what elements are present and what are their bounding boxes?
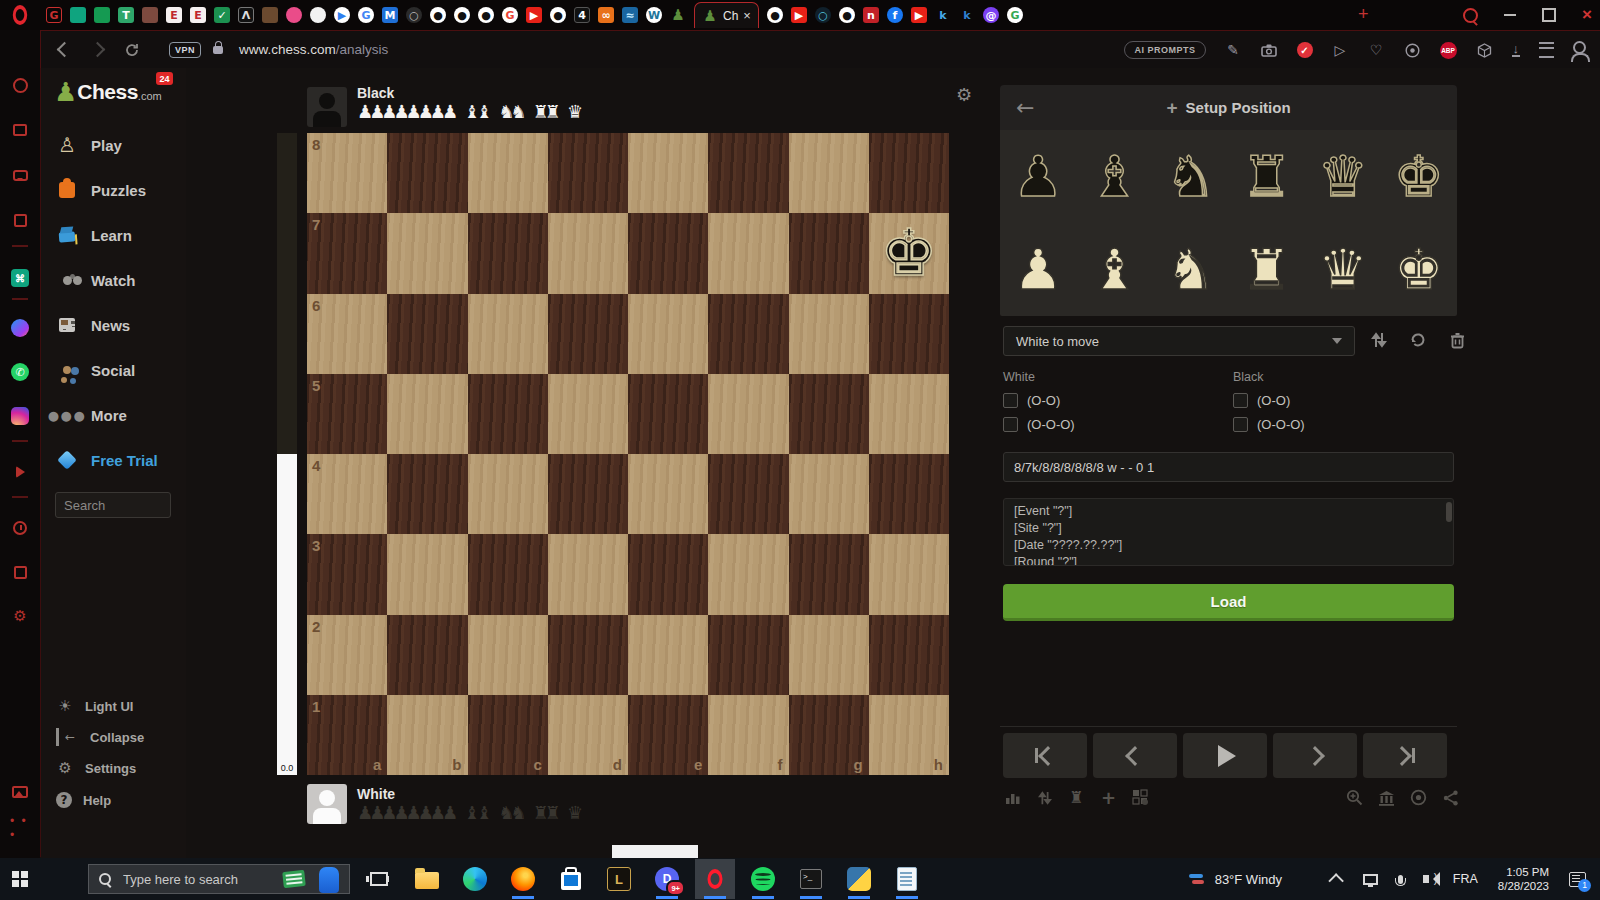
square-a5[interactable]: 5 [307,374,387,454]
square-e4[interactable] [628,454,708,534]
captured-group: ♝♝ [464,802,488,823]
square-c1[interactable]: c [468,695,548,775]
profile-icon[interactable] [1573,41,1586,54]
settings-gear-icon: ⚙ [56,759,74,777]
npm-tab[interactable]: n [863,7,879,23]
ticktick-tab[interactable]: T [118,7,134,23]
zoom-in-icon[interactable] [1345,788,1364,807]
square-d8[interactable] [548,133,628,213]
palette-white-queen[interactable]: ♛ [1318,242,1368,298]
chatgpt-icon[interactable]: ⌘ [10,268,30,288]
board-settings-icon[interactable]: ⚙ [956,84,972,105]
square-f8[interactable] [708,133,788,213]
next-move-button[interactable] [1273,733,1357,778]
panel-title: +Setup Position [1000,97,1457,119]
chess-board[interactable]: 87♚654321abcdefgh [307,133,949,775]
close-window-button[interactable]: × [1582,5,1592,25]
square-h5[interactable] [869,374,949,454]
puzzles-icon [56,179,78,201]
wallpaper-icon[interactable] [10,782,30,802]
extensions-icon[interactable] [10,562,30,582]
square-e2[interactable] [628,615,708,695]
palette-white-knight[interactable]: ♞ [1165,242,1215,298]
dribbble-favicon [286,7,302,23]
messenger-icon[interactable] [10,318,30,338]
square-a4[interactable]: 4 [307,454,387,534]
tab-search-icon[interactable] [1463,8,1478,23]
file-label: d [613,756,622,773]
file-label: f [778,756,783,773]
square-e5[interactable] [628,374,708,454]
square-b6[interactable] [387,294,467,374]
youtube-tab-3[interactable]: ▶ [911,7,927,23]
maximize-button[interactable] [1542,8,1556,22]
microsoft-store-taskbar-icon[interactable] [558,866,584,892]
lambda-favicon: Λ [238,7,254,23]
github-tab-4[interactable]: ● [550,7,566,23]
rank-label: 8 [312,136,320,153]
history-icon[interactable] [10,518,30,538]
sidebar-more-icon[interactable]: • • • [10,818,30,838]
square-b5[interactable] [387,374,467,454]
youtube-tab[interactable]: ▶ [526,7,542,23]
explorer-icon[interactable] [1377,788,1396,807]
cube-icon[interactable] [1476,42,1493,59]
youtube-favicon: ▶ [911,7,927,23]
square-g5[interactable] [789,374,869,454]
play-button[interactable] [1183,733,1267,778]
palette-black-rook[interactable]: ♜ [1241,149,1291,205]
palette-white-pawn[interactable]: ♟ [1013,242,1063,298]
python-icon [847,867,871,891]
captured-group: ♛ [567,802,579,823]
pieces-icon[interactable]: ♜ [1067,788,1086,807]
monkey-tab[interactable] [262,7,278,23]
minimize-button[interactable] [1504,14,1516,16]
notification-count-badge: 1 [1578,879,1591,892]
running-indicator [896,896,918,899]
at-tab[interactable]: @ [983,7,999,23]
checkbox[interactable] [1003,393,1018,408]
weather-widget[interactable]: 83°F Windy [1189,858,1282,900]
discord-taskbar-icon[interactable]: D9+ [654,866,680,892]
chesscom-logo[interactable]: ♟Chess.com [54,80,162,104]
file-explorer-icon [415,872,439,889]
load-button[interactable]: Load [1003,584,1454,621]
square-c3[interactable] [468,534,548,614]
sidebar-search-input[interactable] [55,492,171,518]
square-g4[interactable] [789,454,869,534]
captured-group: ♞♞ [498,101,522,122]
vpn-badge[interactable]: VPN [169,42,201,58]
pgn-textarea[interactable]: [Event "?"] [Site "?"] [Date "????.??.??… [1003,498,1454,566]
task-view-icon [370,872,388,886]
back-arrow-icon[interactable]: ← [1016,95,1034,120]
add-icon[interactable]: + [1099,788,1118,807]
sidebar-item-settings[interactable]: ⚙Settings [56,757,136,779]
square-h3[interactable] [869,534,949,614]
square-b4[interactable] [387,454,467,534]
sidebar-item-news[interactable]: News [56,311,130,339]
black-kingside-castle[interactable]: (O-O) [1233,393,1290,408]
dribbble-tab[interactable] [286,7,302,23]
square-c8[interactable] [468,133,548,213]
close-tab-icon[interactable]: × [743,8,751,23]
notification-badge: 24 [156,72,173,85]
square-c7[interactable] [468,213,548,293]
captured-group: ♝♝ [464,101,488,122]
flip-icon[interactable] [1035,788,1054,807]
sidebar-item-collapse[interactable]: ←Collapse [56,726,144,748]
panels-icon[interactable] [1404,42,1421,59]
timer-tab[interactable] [310,7,326,23]
file-explorer-taskbar-icon[interactable] [414,866,440,892]
reload-icon[interactable] [125,43,139,57]
elevenlabs-tab-2[interactable]: E [190,7,206,23]
sidebar-item-play[interactable]: ♙Play [56,131,122,159]
system-tray: FRA 1:05 PM8/28/2023 1 [1332,858,1586,900]
checkbox[interactable] [1233,417,1248,432]
square-b1[interactable]: b [387,695,467,775]
square-a2[interactable]: 2 [307,615,387,695]
play-tab[interactable]: ▶ [334,7,350,23]
github-tab-6[interactable]: ● [839,7,855,23]
turn-select[interactable]: White to move [1003,326,1355,356]
white-player-avatar[interactable] [307,784,347,824]
facebook-tab[interactable]: f [887,7,903,23]
discord-badge: 9+ [666,880,685,896]
chatgpt-tab[interactable] [70,7,86,23]
mj-tab[interactable]: M [382,7,398,23]
rank-label: 1 [312,698,320,715]
go-to-start-button[interactable] [1003,733,1087,778]
square-d3[interactable] [548,534,628,614]
palette-white-bishop[interactable]: ♝ [1089,242,1139,298]
square-e7[interactable] [628,213,708,293]
gold-l-app-taskbar-icon[interactable]: L [606,866,632,892]
soundcloud-favicon: ∞ [598,7,614,23]
square-h6[interactable] [869,294,949,374]
forward-button[interactable] [90,42,106,58]
square-g3[interactable] [789,534,869,614]
task-view-taskbar-icon[interactable] [366,866,392,892]
palette-black-pawn[interactable]: ♟ [1013,149,1063,205]
square-d4[interactable] [548,454,628,534]
checkbox[interactable] [1233,393,1248,408]
taskbar: LD9+>_ 83°F Windy FRA 1:05 PM8/28/2023 1 [0,858,1600,900]
square-e8[interactable] [628,133,708,213]
edit-icon[interactable]: ✎ [1225,42,1242,59]
square-h8[interactable] [869,133,949,213]
go-to-end-button[interactable] [1363,733,1447,778]
spotify-taskbar-icon[interactable] [750,866,776,892]
opera-sidebar: ⌘ ✆ ⚙ • • • [0,30,40,858]
previous-move-button[interactable] [1093,733,1177,778]
kick-favicon: k [935,7,951,23]
react-tab[interactable]: ○ [815,7,831,23]
square-d6[interactable] [548,294,628,374]
green-app-tab[interactable] [94,7,110,23]
npm-favicon: n [863,7,879,23]
collapse-icon: ← [56,728,79,746]
settings-sliders-icon[interactable] [1539,42,1554,58]
url-field[interactable]: www.chess.com/analysis [239,42,388,57]
square-h2[interactable] [869,615,949,695]
square-f1[interactable]: f [708,695,788,775]
music-tab[interactable]: 4 [574,7,590,23]
palette-black-king[interactable]: ♚ [1394,149,1444,205]
anime-avatar-favicon [142,7,158,23]
taskbar-search-input[interactable] [121,871,275,888]
captured-group: ♜♜ [533,802,557,823]
shield-icon[interactable]: ✓ [1297,42,1313,58]
jsfiddle-favicon: ≈ [622,7,638,23]
square-f5[interactable] [708,374,788,454]
screen: GTEE✓Λ▶GM○●●●G▶●4∞≈W♟♟Ch×●▶○●nf▶kk@G + ×… [0,0,1600,900]
square-h4[interactable] [869,454,949,534]
github-tab-2[interactable]: ● [454,7,470,23]
palette-white-king[interactable]: ♚ [1394,242,1444,298]
square-a8[interactable]: 8 [307,133,387,213]
lambda-tab[interactable]: Λ [238,7,254,23]
white-player-name: White [357,786,395,802]
google-tab-3[interactable]: G [1007,7,1023,23]
social-icon [56,359,78,381]
opera-taskbar-icon[interactable] [702,866,728,892]
pgn-scrollbar[interactable] [1446,502,1452,522]
white-captured-pieces: ♟♟♟♟♟♟♟♟♝♝♞♞♜♜♛ [357,802,589,823]
language-indicator[interactable]: FRA [1453,872,1478,886]
camera-icon[interactable] [1261,42,1278,59]
evaluation-score: 0.0 [277,763,297,773]
square-g2[interactable] [789,615,869,695]
square-a7[interactable]: 7 [307,213,387,293]
square-a1[interactable]: 1a [307,695,387,775]
messages-icon[interactable] [10,165,30,185]
square-g6[interactable] [789,294,869,374]
square-f2[interactable] [708,615,788,695]
learn-icon [56,224,78,246]
square-c2[interactable] [468,615,548,695]
square-h7[interactable]: ♚ [869,213,949,293]
ai-prompts-button[interactable]: AI PROMPTS [1124,41,1205,59]
facebook-favicon: f [887,7,903,23]
square-a3[interactable]: 3 [307,534,387,614]
anime-avatar-tab[interactable] [142,7,158,23]
black-player-avatar[interactable] [307,87,347,127]
practice-icon[interactable] [1409,788,1428,807]
globe-favicon: ○ [406,7,422,23]
square-f6[interactable] [708,294,788,374]
plus-icon: + [1166,97,1177,118]
network-icon[interactable] [1363,874,1378,885]
square-e1[interactable]: e [628,695,708,775]
square-e6[interactable] [628,294,708,374]
sidebar-item-learn[interactable]: Learn [56,221,132,249]
edge-taskbar-icon[interactable] [462,866,488,892]
opera-icon [708,869,723,889]
square-d1[interactable]: d [548,695,628,775]
chevron-down-icon [1332,338,1342,344]
taskbar-search[interactable] [88,864,350,894]
kick-favicon: k [959,7,975,23]
google-tab[interactable]: G [358,7,374,23]
heart-icon[interactable]: ♡ [1368,42,1385,59]
youtube-tab-2[interactable]: ▶ [791,7,807,23]
palette-white-rook[interactable]: ♜ [1241,242,1291,298]
opera-menu-icon[interactable] [13,5,27,25]
watch-icon [56,269,78,291]
black-castling-label: Black [1233,370,1264,384]
instagram-icon[interactable] [10,406,30,426]
chatgpt-favicon [70,7,86,23]
lock-icon[interactable] [213,46,223,54]
notepad-taskbar-icon[interactable] [894,866,920,892]
tab-list: GTEE✓Λ▶GM○●●●G▶●4∞≈W♟♟Ch×●▶○●nf▶kk@G [46,3,1023,27]
sidebar-item-watch[interactable]: Watch [56,266,135,294]
shopping-icon[interactable] [10,120,30,140]
sidebar-item-light-ui[interactable]: ☀Light UI [56,695,133,717]
checkbox[interactable] [1003,417,1018,432]
kick-tab[interactable]: k [935,7,951,23]
window-controls: × [1463,0,1592,30]
jsfiddle-tab[interactable]: ≈ [622,7,638,23]
gamepad-tab[interactable]: G [46,7,62,23]
trash-icon[interactable] [1446,329,1468,351]
file-label: b [452,756,461,773]
square-d7[interactable] [548,213,628,293]
sheets-check-tab[interactable]: ✓ [214,7,230,23]
evaluation-bar: 0.0 [277,133,297,775]
white-queenside-castle[interactable]: (O-O-O) [1003,417,1075,432]
black-king[interactable]: ♚ [869,213,949,293]
github-favicon: ● [767,7,783,23]
send-icon[interactable]: ▷ [1332,42,1349,59]
square-g7[interactable] [789,213,869,293]
square-e3[interactable] [628,534,708,614]
fen-input[interactable] [1003,452,1454,482]
sidebar-item-social[interactable]: Social [56,356,135,384]
notepad-icon [897,867,917,891]
running-indicator [704,896,726,899]
white-kingside-castle[interactable]: (O-O) [1003,393,1060,408]
sidebar-item-free-trial[interactable]: Free Trial [56,446,158,474]
downloads-icon[interactable]: ↓ [1512,43,1521,57]
google-tab-2[interactable]: G [502,7,518,23]
globe-tab[interactable]: ○ [406,7,422,23]
flip-board-icon[interactable] [1368,329,1390,351]
square-b2[interactable] [387,615,467,695]
adblock-icon[interactable]: ABP [1440,42,1457,59]
square-f4[interactable] [708,454,788,534]
black-captured-pieces: ♟♟♟♟♟♟♟♟♝♝♞♞♜♜♛ [357,101,589,122]
active-tab-title: Ch [723,9,738,23]
weather-text: 83°F Windy [1215,872,1282,887]
play-favicon: ▶ [334,7,350,23]
monkey-favicon [262,7,278,23]
url-path: /analysis [336,42,389,57]
python-taskbar-icon[interactable] [846,866,872,892]
palette-black-queen[interactable]: ♛ [1318,149,1368,205]
start-button[interactable] [12,871,28,887]
github-tab-5[interactable]: ● [767,7,783,23]
rank-label: 6 [312,297,320,314]
share-icon[interactable] [1441,788,1460,807]
kick-tab-2[interactable]: k [959,7,975,23]
analysis-chart-icon[interactable] [1003,788,1022,807]
running-indicator [656,896,678,899]
gx-control-icon[interactable] [10,210,30,230]
square-g8[interactable] [789,133,869,213]
board-editor-icon[interactable] [1131,788,1150,807]
square-b8[interactable] [387,133,467,213]
square-d5[interactable] [548,374,628,454]
elevenlabs-favicon: E [166,7,182,23]
github-favicon: ● [430,7,446,23]
elevenlabs-tab[interactable]: E [166,7,182,23]
google-favicon: G [502,7,518,23]
square-f3[interactable] [708,534,788,614]
sidebar-item-puzzles[interactable]: Puzzles [56,176,146,204]
chess-analysis-tab[interactable]: ♟Ch× [694,2,759,28]
weather-icon [1189,872,1207,886]
notification-center-icon[interactable]: 1 [1569,872,1586,887]
white-castling-label: White [1003,370,1035,384]
wordpress-tab[interactable]: W [646,7,662,23]
square-g1[interactable]: g [789,695,869,775]
square-h1[interactable]: h [869,695,949,775]
running-indicator [800,896,822,899]
clock[interactable]: 1:05 PM8/28/2023 [1498,865,1549,893]
microphone-icon[interactable] [1398,875,1403,884]
square-a6[interactable]: 6 [307,294,387,374]
new-tab-button[interactable]: + [1358,4,1369,24]
github-tab-3[interactable]: ● [478,7,494,23]
back-button[interactable] [57,42,73,58]
file-label: a [373,756,381,773]
github-tab[interactable]: ● [430,7,446,23]
search-doodle-book [282,870,306,888]
square-c4[interactable] [468,454,548,534]
sheets-check-favicon: ✓ [214,7,230,23]
square-b7[interactable] [387,213,467,293]
rank-label: 2 [312,618,320,635]
palette-black-knight[interactable]: ♞ [1165,149,1215,205]
black-queenside-castle[interactable]: (O-O-O) [1233,417,1305,432]
square-d2[interactable] [548,615,628,695]
square-b3[interactable] [387,534,467,614]
music-favicon: 4 [574,7,590,23]
help-icon: ? [56,792,72,808]
sidebar-item-help[interactable]: ?Help [56,789,111,811]
speed-dial-icon[interactable] [10,75,30,95]
chess-pawn-tab[interactable]: ♟ [670,7,686,23]
soundcloud-tab[interactable]: ∞ [598,7,614,23]
firefox-taskbar-icon[interactable] [510,866,536,892]
palette-black-bishop[interactable]: ♝ [1089,149,1139,205]
square-c5[interactable] [468,374,548,454]
square-c6[interactable] [468,294,548,374]
player-icon[interactable] [10,462,30,482]
sidebar-item-more[interactable]: ●●●More [56,401,127,429]
speaker-icon[interactable] [1423,875,1429,883]
whatsapp-icon[interactable]: ✆ [10,362,30,382]
tray-expand-icon[interactable] [1328,873,1344,889]
terminal-taskbar-icon[interactable]: >_ [798,866,824,892]
sidebar-settings-icon[interactable]: ⚙ [10,606,30,626]
square-f7[interactable] [708,213,788,293]
reset-icon[interactable] [1407,329,1429,351]
